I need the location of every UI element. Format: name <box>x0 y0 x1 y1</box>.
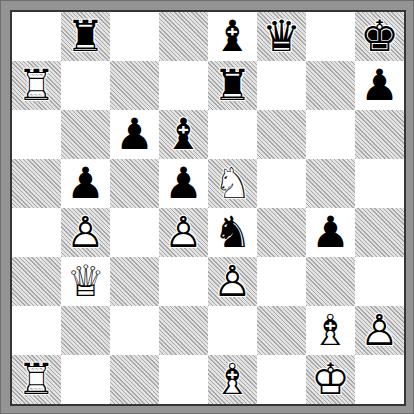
black-pawn-piece[interactable]: ♟ <box>61 159 110 208</box>
square-f7[interactable] <box>257 61 306 110</box>
black-pawn-piece[interactable]: ♟ <box>355 61 404 110</box>
square-h4[interactable] <box>355 208 404 257</box>
square-g3[interactable] <box>306 257 355 306</box>
square-g6[interactable] <box>306 110 355 159</box>
black-pawn-piece[interactable]: ♟ <box>110 110 159 159</box>
board-frame: ♜♝♛♚♖♜♟♟♝♟♟♘♙♙♞♟♕♙♗♙♖♗♔ <box>10 10 406 406</box>
square-f2[interactable] <box>257 306 306 355</box>
square-h7[interactable]: ♟ <box>355 61 404 110</box>
black-pawn-piece[interactable]: ♟ <box>306 208 355 257</box>
square-h8[interactable]: ♚ <box>355 12 404 61</box>
square-b3[interactable]: ♕ <box>61 257 110 306</box>
square-e7[interactable]: ♜ <box>208 61 257 110</box>
square-e4[interactable]: ♞ <box>208 208 257 257</box>
square-d3[interactable] <box>159 257 208 306</box>
square-e3[interactable]: ♙ <box>208 257 257 306</box>
square-g1[interactable]: ♔ <box>306 355 355 404</box>
square-f5[interactable] <box>257 159 306 208</box>
black-king-piece[interactable]: ♚ <box>355 12 404 61</box>
square-h5[interactable] <box>355 159 404 208</box>
white-knight-piece[interactable]: ♘ <box>208 159 257 208</box>
square-e8[interactable]: ♝ <box>208 12 257 61</box>
square-b8[interactable]: ♜ <box>61 12 110 61</box>
square-e6[interactable] <box>208 110 257 159</box>
square-b6[interactable] <box>61 110 110 159</box>
square-c1[interactable] <box>110 355 159 404</box>
square-c6[interactable]: ♟ <box>110 110 159 159</box>
square-g2[interactable]: ♗ <box>306 306 355 355</box>
white-rook-piece[interactable]: ♖ <box>12 355 61 404</box>
black-bishop-piece[interactable]: ♝ <box>159 110 208 159</box>
chess-board: ♜♝♛♚♖♜♟♟♝♟♟♘♙♙♞♟♕♙♗♙♖♗♔ <box>12 12 404 404</box>
square-f3[interactable] <box>257 257 306 306</box>
square-h1[interactable] <box>355 355 404 404</box>
square-a2[interactable] <box>12 306 61 355</box>
square-b1[interactable] <box>61 355 110 404</box>
square-c2[interactable] <box>110 306 159 355</box>
square-b4[interactable]: ♙ <box>61 208 110 257</box>
black-rook-piece[interactable]: ♜ <box>61 12 110 61</box>
square-d1[interactable] <box>159 355 208 404</box>
square-c3[interactable] <box>110 257 159 306</box>
square-a1[interactable]: ♖ <box>12 355 61 404</box>
square-h3[interactable] <box>355 257 404 306</box>
white-queen-piece[interactable]: ♕ <box>61 257 110 306</box>
black-queen-piece[interactable]: ♛ <box>257 12 306 61</box>
square-g5[interactable] <box>306 159 355 208</box>
square-g7[interactable] <box>306 61 355 110</box>
black-pawn-piece[interactable]: ♟ <box>159 159 208 208</box>
black-bishop-piece[interactable]: ♝ <box>208 12 257 61</box>
square-d7[interactable] <box>159 61 208 110</box>
square-e5[interactable]: ♘ <box>208 159 257 208</box>
square-a3[interactable] <box>12 257 61 306</box>
square-a5[interactable] <box>12 159 61 208</box>
square-e1[interactable]: ♗ <box>208 355 257 404</box>
white-rook-piece[interactable]: ♖ <box>12 61 61 110</box>
square-f6[interactable] <box>257 110 306 159</box>
square-f8[interactable]: ♛ <box>257 12 306 61</box>
square-f1[interactable] <box>257 355 306 404</box>
square-g8[interactable] <box>306 12 355 61</box>
square-h2[interactable]: ♙ <box>355 306 404 355</box>
square-c4[interactable] <box>110 208 159 257</box>
square-b5[interactable]: ♟ <box>61 159 110 208</box>
chess-diagram: ♜♝♛♚♖♜♟♟♝♟♟♘♙♙♞♟♕♙♗♙♖♗♔ <box>0 0 414 414</box>
white-bishop-piece[interactable]: ♗ <box>306 306 355 355</box>
square-d2[interactable] <box>159 306 208 355</box>
square-b2[interactable] <box>61 306 110 355</box>
square-d5[interactable]: ♟ <box>159 159 208 208</box>
square-d4[interactable]: ♙ <box>159 208 208 257</box>
square-c8[interactable] <box>110 12 159 61</box>
square-d8[interactable] <box>159 12 208 61</box>
square-a8[interactable] <box>12 12 61 61</box>
black-knight-piece[interactable]: ♞ <box>208 208 257 257</box>
square-h6[interactable] <box>355 110 404 159</box>
white-pawn-piece[interactable]: ♙ <box>159 208 208 257</box>
white-king-piece[interactable]: ♔ <box>306 355 355 404</box>
square-c5[interactable] <box>110 159 159 208</box>
square-a6[interactable] <box>12 110 61 159</box>
square-f4[interactable] <box>257 208 306 257</box>
white-bishop-piece[interactable]: ♗ <box>208 355 257 404</box>
square-g4[interactable]: ♟ <box>306 208 355 257</box>
white-pawn-piece[interactable]: ♙ <box>208 257 257 306</box>
black-rook-piece[interactable]: ♜ <box>208 61 257 110</box>
white-pawn-piece[interactable]: ♙ <box>355 306 404 355</box>
square-e2[interactable] <box>208 306 257 355</box>
square-b7[interactable] <box>61 61 110 110</box>
square-a7[interactable]: ♖ <box>12 61 61 110</box>
square-c7[interactable] <box>110 61 159 110</box>
square-a4[interactable] <box>12 208 61 257</box>
square-d6[interactable]: ♝ <box>159 110 208 159</box>
white-pawn-piece[interactable]: ♙ <box>61 208 110 257</box>
